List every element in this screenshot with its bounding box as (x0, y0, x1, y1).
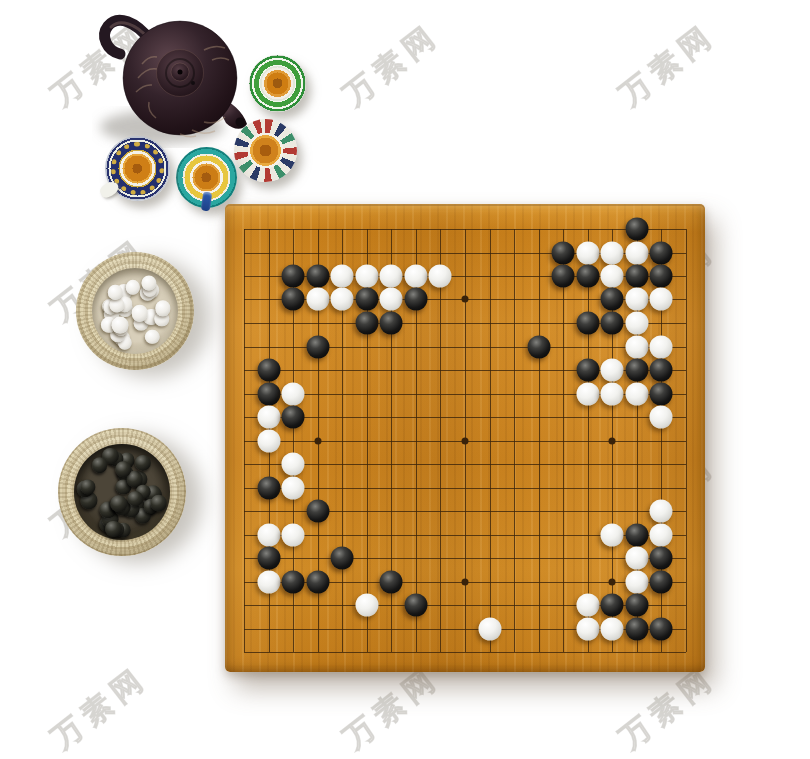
stone-white[interactable] (625, 288, 648, 311)
watermark-text: 万素网 (336, 15, 449, 116)
bowl-of-black-stones[interactable] (58, 428, 186, 556)
stone-black[interactable] (650, 382, 673, 405)
stone-black[interactable] (625, 523, 648, 546)
saucer-check-pattern (111, 142, 164, 195)
stone-white[interactable] (282, 523, 305, 546)
stone-black[interactable] (257, 358, 280, 381)
stone-white[interactable] (306, 288, 329, 311)
stone-black[interactable] (625, 218, 648, 241)
tea-spoon-icon (201, 191, 213, 211)
stone-white[interactable] (282, 382, 305, 405)
star-point (462, 296, 469, 303)
stone-white[interactable] (380, 265, 403, 288)
stone-black[interactable] (404, 288, 427, 311)
stone-white[interactable] (576, 382, 599, 405)
scene: 万素网万素网万素网万素网万素网万素网万素网万素网万素网万素网万素网万素网 (0, 0, 810, 759)
stone-white[interactable] (650, 406, 673, 429)
stone-white[interactable] (355, 594, 378, 617)
grid-line (490, 229, 491, 652)
stone-black[interactable] (552, 241, 575, 264)
stone-black[interactable] (404, 594, 427, 617)
board-grid (244, 229, 686, 652)
bowl-stone-white (111, 317, 128, 334)
star-point (314, 437, 321, 444)
stone-white[interactable] (625, 382, 648, 405)
go-board[interactable] (225, 204, 705, 672)
stone-white[interactable] (650, 499, 673, 522)
stone-black[interactable] (257, 476, 280, 499)
stone-black[interactable] (306, 570, 329, 593)
watermark-text: 万素网 (612, 658, 725, 759)
stone-white[interactable] (331, 288, 354, 311)
stone-black[interactable] (576, 265, 599, 288)
teacup-teal-yellow (176, 147, 237, 208)
stone-white[interactable] (429, 265, 452, 288)
watermark-text: 万素网 (612, 15, 725, 116)
stone-white[interactable] (380, 288, 403, 311)
stone-white[interactable] (625, 335, 648, 358)
bowl-stone-black (150, 495, 167, 512)
stone-black[interactable] (650, 570, 673, 593)
stone-white[interactable] (576, 594, 599, 617)
stone-white[interactable] (355, 265, 378, 288)
stone-white[interactable] (576, 241, 599, 264)
stone-black[interactable] (625, 594, 648, 617)
stone-white[interactable] (601, 265, 624, 288)
stone-black[interactable] (282, 406, 305, 429)
stone-black[interactable] (282, 288, 305, 311)
grid-line (244, 464, 686, 465)
stone-white[interactable] (650, 523, 673, 546)
star-point (462, 437, 469, 444)
stone-white[interactable] (625, 570, 648, 593)
teapot (92, 6, 257, 156)
stone-white[interactable] (331, 265, 354, 288)
stone-white[interactable] (257, 429, 280, 452)
stone-black[interactable] (380, 570, 403, 593)
bowl-stone-white (109, 297, 124, 312)
stone-black[interactable] (306, 499, 329, 522)
stone-black[interactable] (331, 547, 354, 570)
grid-line (588, 229, 589, 652)
grid-line (244, 488, 686, 489)
stone-black[interactable] (601, 288, 624, 311)
stone-white[interactable] (625, 547, 648, 570)
watermark-text: 万素网 (336, 658, 449, 759)
stone-black[interactable] (650, 241, 673, 264)
grid-line (563, 229, 564, 652)
stone-black[interactable] (650, 358, 673, 381)
stone-white[interactable] (625, 241, 648, 264)
stone-black[interactable] (650, 547, 673, 570)
stone-white[interactable] (404, 265, 427, 288)
grid-line (539, 229, 540, 652)
stone-black[interactable] (257, 382, 280, 405)
stone-black[interactable] (380, 312, 403, 335)
teacup-striped-saucer (234, 119, 297, 182)
grid-line (244, 558, 686, 559)
watermark-text: 万素网 (44, 658, 157, 759)
stone-white[interactable] (257, 406, 280, 429)
bowl-of-white-stones[interactable] (76, 252, 194, 370)
stone-white[interactable] (282, 476, 305, 499)
bowl-stone-white (132, 305, 149, 322)
stone-white[interactable] (576, 617, 599, 640)
stone-white[interactable] (257, 523, 280, 546)
stone-black[interactable] (601, 594, 624, 617)
stone-black[interactable] (552, 265, 575, 288)
stone-black[interactable] (650, 265, 673, 288)
stone-white[interactable] (650, 335, 673, 358)
stone-white[interactable] (478, 617, 501, 640)
stone-black[interactable] (527, 335, 550, 358)
star-point (609, 578, 616, 585)
stone-white[interactable] (601, 358, 624, 381)
stone-black[interactable] (625, 617, 648, 640)
stone-white[interactable] (625, 312, 648, 335)
stone-black[interactable] (601, 312, 624, 335)
stone-black[interactable] (282, 265, 305, 288)
teacup-green-rim (249, 55, 306, 112)
stone-white[interactable] (601, 241, 624, 264)
grid-line (514, 229, 515, 652)
stone-black[interactable] (576, 358, 599, 381)
stone-black[interactable] (625, 265, 648, 288)
stone-black[interactable] (650, 617, 673, 640)
stone-black[interactable] (625, 358, 648, 381)
stone-black[interactable] (306, 265, 329, 288)
stone-black[interactable] (576, 312, 599, 335)
star-point (462, 578, 469, 585)
grid-line (686, 229, 687, 652)
stone-black[interactable] (355, 312, 378, 335)
stone-white[interactable] (650, 288, 673, 311)
stone-black[interactable] (282, 570, 305, 593)
stone-black[interactable] (257, 547, 280, 570)
stone-white[interactable] (601, 523, 624, 546)
stone-black[interactable] (355, 288, 378, 311)
stone-white[interactable] (601, 382, 624, 405)
stone-white[interactable] (257, 570, 280, 593)
grid-line (244, 652, 686, 653)
star-point (609, 437, 616, 444)
stone-white[interactable] (601, 617, 624, 640)
stone-white[interactable] (282, 453, 305, 476)
teacup-navy-checked (105, 136, 170, 201)
bowl-stone-black (92, 457, 108, 473)
stone-black[interactable] (306, 335, 329, 358)
